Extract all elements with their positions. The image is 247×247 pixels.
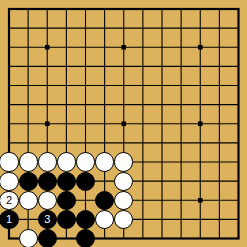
black-stone: 1 [0,210,19,229]
intersection [229,152,247,171]
intersection [152,229,171,247]
intersection [191,76,210,95]
intersection [57,172,76,191]
intersection [114,0,133,19]
intersection [172,19,191,38]
intersection [114,229,133,247]
intersection [38,57,57,76]
intersection [0,95,19,114]
white-stone [95,210,114,229]
intersection: 2 [0,191,19,210]
intersection [114,172,133,191]
intersection [57,19,76,38]
intersection [133,191,152,210]
intersection [76,57,95,76]
intersection [133,0,152,19]
white-stone [114,191,133,210]
intersection [172,191,191,210]
intersection [57,114,76,133]
intersection [152,95,171,114]
intersection [76,0,95,19]
intersection [133,133,152,152]
white-stone [114,172,133,191]
intersection [210,229,229,247]
intersection [152,57,171,76]
intersection [229,210,247,229]
go-board: 213 [0,0,247,247]
intersection [210,38,229,57]
intersection [210,172,229,191]
intersection [191,210,210,229]
intersection [152,0,171,19]
intersection [76,210,95,229]
intersection [95,38,114,57]
intersection [133,57,152,76]
intersection [76,229,95,247]
intersection [229,172,247,191]
intersection [152,172,171,191]
intersection [19,210,38,229]
intersection [57,95,76,114]
intersection [0,0,19,19]
intersection [19,95,38,114]
intersection [172,95,191,114]
intersection [210,114,229,133]
intersection [172,0,191,19]
intersection [19,191,38,210]
black-stone [57,191,76,210]
intersection [191,229,210,247]
intersection [172,172,191,191]
intersection [57,0,76,19]
intersection [76,38,95,57]
intersection [38,95,57,114]
intersection [38,114,57,133]
white-stone [38,191,57,210]
intersection [133,114,152,133]
intersection [95,95,114,114]
intersection [229,38,247,57]
black-stone [57,210,76,229]
black-stone [57,172,76,191]
black-stone [38,229,57,247]
intersection [0,114,19,133]
intersection [38,76,57,95]
intersection [114,133,133,152]
intersection [19,152,38,171]
intersection [114,38,133,57]
intersection [133,229,152,247]
intersection [152,38,171,57]
intersection [133,172,152,191]
black-stone [19,172,38,191]
intersection [0,38,19,57]
intersection [152,76,171,95]
intersection [191,38,210,57]
intersection [152,133,171,152]
intersection [229,57,247,76]
intersection [210,152,229,171]
intersection [57,210,76,229]
intersection [19,229,38,247]
white-stone [38,152,57,171]
intersection: 1 [0,210,19,229]
intersection [133,76,152,95]
move-number-label: 3 [44,214,50,225]
intersection [76,95,95,114]
white-stone [114,210,133,229]
white-stone [0,172,19,191]
intersection [172,76,191,95]
white-stone [19,229,38,247]
intersection [152,19,171,38]
intersection [76,114,95,133]
intersection [191,95,210,114]
intersection [172,152,191,171]
intersection [172,210,191,229]
intersection [152,210,171,229]
intersection [19,172,38,191]
board-intersections: 213 [0,0,247,247]
intersection [114,76,133,95]
intersection [133,95,152,114]
intersection [95,210,114,229]
white-stone [19,191,38,210]
intersection [57,38,76,57]
intersection [229,191,247,210]
white-stone: 2 [0,191,19,210]
intersection [95,133,114,152]
intersection [229,0,247,19]
intersection [95,172,114,191]
intersection [38,191,57,210]
intersection [172,38,191,57]
intersection [76,19,95,38]
black-stone [95,191,114,210]
intersection [95,152,114,171]
intersection [210,210,229,229]
intersection [152,114,171,133]
black-stone [38,172,57,191]
intersection [191,0,210,19]
intersection [19,38,38,57]
intersection [57,76,76,95]
intersection [210,0,229,19]
intersection [76,152,95,171]
intersection [76,133,95,152]
intersection [57,191,76,210]
move-number-label: 1 [6,214,12,225]
intersection [229,76,247,95]
intersection [229,229,247,247]
intersection [95,191,114,210]
intersection [133,210,152,229]
intersection [210,95,229,114]
intersection [133,38,152,57]
intersection [191,57,210,76]
white-stone [19,152,38,171]
intersection [95,57,114,76]
intersection [19,0,38,19]
intersection [114,95,133,114]
intersection [38,152,57,171]
intersection [0,76,19,95]
intersection [172,133,191,152]
intersection [95,229,114,247]
intersection [133,152,152,171]
intersection [19,133,38,152]
intersection [38,38,57,57]
intersection [95,19,114,38]
intersection [229,114,247,133]
intersection [210,191,229,210]
white-stone [114,152,133,171]
intersection [76,191,95,210]
intersection [57,229,76,247]
intersection [114,19,133,38]
intersection [38,172,57,191]
intersection [210,76,229,95]
intersection [38,229,57,247]
intersection [95,76,114,95]
intersection [191,114,210,133]
intersection [38,0,57,19]
intersection [95,114,114,133]
intersection [114,152,133,171]
intersection [0,152,19,171]
intersection [172,114,191,133]
intersection [76,76,95,95]
intersection [191,133,210,152]
intersection [229,19,247,38]
white-stone [95,152,114,171]
intersection [133,19,152,38]
intersection [38,19,57,38]
black-stone [76,210,95,229]
intersection [57,133,76,152]
intersection [191,19,210,38]
intersection [152,191,171,210]
intersection [19,114,38,133]
black-stone: 3 [38,210,57,229]
intersection [191,191,210,210]
intersection [0,229,19,247]
intersection [0,133,19,152]
intersection [0,57,19,76]
intersection [114,210,133,229]
white-stone [76,152,95,171]
intersection [114,191,133,210]
intersection [19,19,38,38]
intersection [114,114,133,133]
intersection [191,172,210,191]
white-stone [57,152,76,171]
intersection [38,133,57,152]
intersection [57,152,76,171]
move-number-label: 2 [6,195,12,206]
black-stone [76,229,95,247]
intersection [172,57,191,76]
intersection [19,76,38,95]
intersection [152,152,171,171]
intersection [172,229,191,247]
intersection [229,133,247,152]
intersection [210,133,229,152]
black-stone [76,172,95,191]
intersection [114,57,133,76]
intersection [19,57,38,76]
white-stone [0,152,19,171]
intersection [0,19,19,38]
intersection [191,152,210,171]
intersection [210,19,229,38]
intersection [229,95,247,114]
intersection [76,172,95,191]
intersection [0,172,19,191]
intersection: 3 [38,210,57,229]
intersection [210,57,229,76]
intersection [95,0,114,19]
intersection [57,57,76,76]
